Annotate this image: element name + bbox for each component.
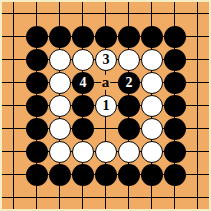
- intersection: [117, 117, 140, 140]
- black-stone: [72, 164, 94, 186]
- intersection: [186, 2, 209, 25]
- intersection: [140, 140, 163, 163]
- black-stone: [141, 164, 163, 186]
- intersection: [48, 2, 71, 25]
- intersection: [48, 140, 71, 163]
- white-stone: [141, 49, 163, 71]
- black-stone: [118, 164, 140, 186]
- move-number-label: 3: [103, 53, 110, 67]
- white-stone: [141, 72, 163, 94]
- intersection: 3: [94, 48, 117, 71]
- white-stone: [118, 141, 140, 163]
- intersection: [2, 117, 25, 140]
- intersection: [2, 140, 25, 163]
- intersection: [140, 163, 163, 186]
- black-stone: [26, 164, 48, 186]
- black-stone: [164, 95, 186, 117]
- intersection: [71, 117, 94, 140]
- white-stone: [49, 141, 71, 163]
- intersection: [94, 117, 117, 140]
- intersection: [117, 163, 140, 186]
- intersection: [117, 25, 140, 48]
- white-stone: [49, 49, 71, 71]
- intersection: [94, 25, 117, 48]
- black-stone: [49, 164, 71, 186]
- black-stone: 2: [118, 72, 140, 94]
- intersection: [186, 163, 209, 186]
- intersection: [2, 71, 25, 94]
- black-stone: [26, 72, 48, 94]
- intersection: [140, 186, 163, 209]
- intersection: [186, 117, 209, 140]
- intersection: [186, 94, 209, 117]
- black-stone: [95, 26, 117, 48]
- point-label-a: a: [101, 74, 111, 89]
- black-stone: [118, 26, 140, 48]
- intersection: [71, 94, 94, 117]
- intersection: [25, 163, 48, 186]
- move-number-label: 4: [80, 76, 87, 90]
- intersection: [48, 94, 71, 117]
- intersection: [186, 186, 209, 209]
- intersection: [117, 2, 140, 25]
- intersection: [140, 94, 163, 117]
- black-stone: [72, 118, 94, 140]
- white-stone: [49, 118, 71, 140]
- intersection: [48, 117, 71, 140]
- intersection: [140, 25, 163, 48]
- white-stone: [49, 95, 71, 117]
- intersection: [25, 48, 48, 71]
- go-board: 34a21: [2, 2, 209, 209]
- intersection: [48, 186, 71, 209]
- intersection: [186, 71, 209, 94]
- intersection: [163, 25, 186, 48]
- intersection: a: [94, 71, 117, 94]
- intersection: [140, 48, 163, 71]
- white-stone: [118, 49, 140, 71]
- black-stone: [26, 26, 48, 48]
- black-stone: [49, 26, 71, 48]
- intersection: [186, 48, 209, 71]
- intersection: [94, 140, 117, 163]
- black-stone: [118, 118, 140, 140]
- black-stone: [164, 72, 186, 94]
- black-stone: [26, 49, 48, 71]
- black-stone: [164, 164, 186, 186]
- intersection: [186, 25, 209, 48]
- move-number-label: 2: [126, 76, 133, 90]
- white-stone: [95, 141, 117, 163]
- white-stone: [72, 49, 94, 71]
- black-stone: [26, 95, 48, 117]
- intersection: [94, 163, 117, 186]
- black-stone: [26, 118, 48, 140]
- black-stone: [164, 49, 186, 71]
- intersection: [25, 25, 48, 48]
- black-stone: 4: [72, 72, 94, 94]
- intersection: [163, 48, 186, 71]
- white-stone: 3: [95, 49, 117, 71]
- black-stone: [141, 26, 163, 48]
- white-stone: [49, 72, 71, 94]
- intersection: 2: [117, 71, 140, 94]
- white-stone: [141, 141, 163, 163]
- intersection: [48, 163, 71, 186]
- intersection: [48, 71, 71, 94]
- intersection: [25, 117, 48, 140]
- intersection: [163, 94, 186, 117]
- intersection: [71, 140, 94, 163]
- intersection: [163, 117, 186, 140]
- intersection: [25, 2, 48, 25]
- intersection: [186, 140, 209, 163]
- intersection: [2, 94, 25, 117]
- black-stone: [26, 141, 48, 163]
- intersection: [71, 2, 94, 25]
- intersection: [2, 48, 25, 71]
- intersection: [117, 94, 140, 117]
- black-stone: [118, 95, 140, 117]
- white-stone: [72, 141, 94, 163]
- black-stone: [164, 141, 186, 163]
- intersection: [71, 25, 94, 48]
- intersection: [163, 140, 186, 163]
- intersection: [94, 2, 117, 25]
- intersection: [25, 71, 48, 94]
- black-stone: [72, 26, 94, 48]
- intersection: [117, 140, 140, 163]
- go-diagram-frame: 34a21: [0, 0, 211, 211]
- intersection: [94, 186, 117, 209]
- intersection: [117, 186, 140, 209]
- intersection: [71, 48, 94, 71]
- intersection: [163, 71, 186, 94]
- black-stone: [164, 26, 186, 48]
- black-stone: [164, 118, 186, 140]
- intersection: [25, 186, 48, 209]
- intersection: [117, 48, 140, 71]
- black-stone: [95, 164, 117, 186]
- intersection: [140, 117, 163, 140]
- move-number-label: 1: [103, 99, 110, 113]
- intersection: [2, 163, 25, 186]
- intersection: [163, 163, 186, 186]
- intersection: [71, 163, 94, 186]
- intersection: [25, 94, 48, 117]
- intersection: [2, 2, 25, 25]
- intersection: [2, 186, 25, 209]
- intersection: 1: [94, 94, 117, 117]
- intersection: [2, 25, 25, 48]
- intersection: [25, 140, 48, 163]
- intersection: [140, 71, 163, 94]
- white-stone: [141, 95, 163, 117]
- black-stone: [72, 95, 94, 117]
- intersection: [48, 25, 71, 48]
- intersection: 4: [71, 71, 94, 94]
- intersection: [163, 2, 186, 25]
- intersection: [140, 2, 163, 25]
- intersection: [48, 48, 71, 71]
- white-stone: 1: [95, 95, 117, 117]
- intersection: [163, 186, 186, 209]
- white-stone: [141, 118, 163, 140]
- intersection: [71, 186, 94, 209]
